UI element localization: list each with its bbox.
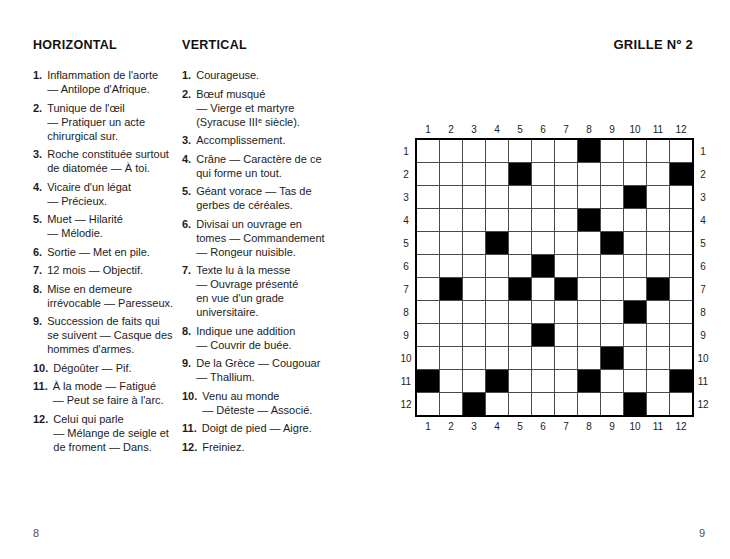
col-label: 8	[578, 124, 600, 135]
col-label: 2	[440, 124, 462, 135]
grid-cell[interactable]	[440, 370, 462, 392]
col-label: 11	[647, 421, 669, 432]
grid-cell[interactable]	[670, 301, 692, 323]
clue-item: 10.Dégoûter — Pif.	[33, 361, 179, 375]
col-label: 4	[486, 124, 508, 135]
grid-cell[interactable]	[440, 232, 462, 254]
row-label: 12	[400, 393, 411, 415]
page-number-right: 9	[699, 527, 705, 539]
clue-number: 11.	[182, 421, 197, 435]
black-cell	[578, 209, 600, 231]
grid-cell[interactable]	[647, 209, 669, 231]
clue-item: 8.Indique une addition — Couvrir de buée…	[182, 324, 334, 352]
grid-cell[interactable]	[486, 301, 508, 323]
clue-number: 12.	[33, 412, 48, 454]
black-cell	[417, 370, 439, 392]
grid-cell[interactable]	[647, 232, 669, 254]
grid-cell[interactable]	[463, 232, 485, 254]
grid-cell[interactable]	[463, 163, 485, 185]
col-label: 1	[417, 124, 439, 135]
down-clues-column: VERTICAL 1.Courageuse.2.Bœuf musqué — Vi…	[182, 38, 334, 458]
clue-item: 1.Inflammation de l'aorte — Antilope d'A…	[33, 68, 179, 96]
black-cell	[647, 278, 669, 300]
row-label: 8	[700, 301, 706, 323]
grid-cell[interactable]	[509, 255, 531, 277]
grid-cell[interactable]	[417, 301, 439, 323]
clue-number: 7.	[182, 263, 191, 319]
grid-cell[interactable]	[555, 255, 577, 277]
clue-item: 8.Mise en demeure irrévocable — Paresseu…	[33, 282, 179, 310]
grid-cell[interactable]	[463, 324, 485, 346]
col-label: 5	[509, 124, 531, 135]
grid-cell[interactable]	[555, 347, 577, 369]
clue-item: 10.Venu au monde — Déteste — Associé.	[182, 389, 334, 417]
row-label: 2	[700, 163, 706, 185]
grid-cell[interactable]	[624, 209, 646, 231]
down-header: VERTICAL	[182, 38, 334, 52]
grid-cell[interactable]	[647, 301, 669, 323]
grid-cell[interactable]	[601, 186, 623, 208]
grid-cell[interactable]	[555, 140, 577, 162]
row-label: 1	[700, 140, 706, 162]
grid-cell[interactable]	[417, 324, 439, 346]
grid-cell[interactable]	[486, 393, 508, 415]
clue-item: 3.Roche constituée surtout de diatomée —…	[33, 147, 179, 175]
grid-cell[interactable]	[440, 163, 462, 185]
grid-cell[interactable]	[578, 232, 600, 254]
grid-cell[interactable]	[463, 255, 485, 277]
grid-cell[interactable]	[532, 370, 554, 392]
grid-cell[interactable]	[578, 163, 600, 185]
grid-cell[interactable]	[417, 347, 439, 369]
grid-cell[interactable]	[578, 301, 600, 323]
col-label: 6	[532, 421, 554, 432]
clue-number: 8.	[182, 324, 191, 352]
grid-cell[interactable]	[647, 324, 669, 346]
grid-cell[interactable]	[670, 209, 692, 231]
grid-cell[interactable]	[509, 209, 531, 231]
grid-cell[interactable]	[509, 301, 531, 323]
grid-cell[interactable]	[555, 301, 577, 323]
grid-cell[interactable]	[647, 255, 669, 277]
clue-text: Indique une addition — Couvrir de buée.	[196, 324, 295, 352]
clue-number: 8.	[33, 282, 42, 310]
row-label: 7	[403, 278, 409, 300]
grid-cell[interactable]	[532, 163, 554, 185]
black-cell	[601, 232, 623, 254]
clue-text: Venu au monde — Déteste — Associé.	[202, 389, 312, 417]
crossword-grid-block: 123456789101112 123456789101112 12345678…	[397, 121, 712, 434]
grid-cell[interactable]	[486, 324, 508, 346]
grid-cell[interactable]	[440, 393, 462, 415]
row-label: 1	[403, 140, 409, 162]
clue-number: 3.	[182, 133, 191, 147]
black-cell	[624, 186, 646, 208]
grid-cell[interactable]	[440, 255, 462, 277]
grid-cell[interactable]	[624, 347, 646, 369]
black-cell	[509, 278, 531, 300]
clue-number: 3.	[33, 147, 42, 175]
grid-cell[interactable]	[670, 324, 692, 346]
across-clue-list: 1.Inflammation de l'aorte — Antilope d'A…	[33, 68, 179, 454]
row-label: 6	[700, 255, 706, 277]
grid-cell[interactable]	[670, 140, 692, 162]
clue-number: 2.	[33, 101, 42, 143]
grid-cell[interactable]	[532, 186, 554, 208]
black-cell	[578, 370, 600, 392]
clue-text: À la mode — Fatigué — Peut se faire à l'…	[53, 379, 164, 407]
grid-cell[interactable]	[647, 393, 669, 415]
grid-cell[interactable]	[670, 232, 692, 254]
clue-number: 4.	[182, 152, 191, 180]
grid-cell[interactable]	[555, 370, 577, 392]
grid-cell[interactable]	[578, 186, 600, 208]
black-cell	[486, 232, 508, 254]
clue-item: 9.De la Grèce — Cougouar — Thallium.	[182, 356, 334, 384]
black-cell	[624, 393, 646, 415]
clue-text: Géant vorace — Tas de gerbes de céréales…	[196, 184, 311, 212]
grid-cell[interactable]	[509, 324, 531, 346]
grid-cell[interactable]	[555, 163, 577, 185]
grid-cell[interactable]	[509, 370, 531, 392]
row-label: 9	[403, 324, 409, 346]
grid-cell[interactable]	[624, 140, 646, 162]
row-label: 7	[700, 278, 706, 300]
clue-number: 10.	[33, 361, 48, 375]
clue-number: 6.	[33, 245, 42, 259]
clue-number: 12.	[182, 440, 197, 454]
row-label: 10	[400, 347, 411, 369]
col-label: 9	[601, 124, 623, 135]
column-labels-top: 123456789101112	[415, 124, 694, 138]
black-cell	[486, 370, 508, 392]
grid-cell[interactable]	[647, 163, 669, 185]
clue-text: Succession de faits qui se suivent — Cas…	[47, 314, 172, 356]
clue-text: Muet — Hilarité — Mélodie.	[47, 212, 123, 240]
clue-number: 9.	[33, 314, 42, 356]
grid-cell[interactable]	[463, 278, 485, 300]
row-label: 9	[700, 324, 706, 346]
grid-cell[interactable]	[601, 393, 623, 415]
clue-text: Freiniez.	[202, 440, 244, 454]
black-cell	[532, 255, 554, 277]
clue-text: Tunique de l'œil — Pratiquer un acte chi…	[47, 101, 145, 143]
col-label: 12	[670, 124, 692, 135]
grid-cell[interactable]	[601, 370, 623, 392]
column-labels-bottom: 123456789101112	[415, 417, 694, 432]
clue-text: Texte lu à la messe — Ouvrage présenté e…	[196, 263, 298, 319]
grid-cell[interactable]	[417, 186, 439, 208]
clue-number: 4.	[33, 180, 42, 208]
grid-cell[interactable]	[509, 186, 531, 208]
clue-item: 4.Crâne — Caractère de ce qui forme un t…	[182, 152, 334, 180]
grid-cell[interactable]	[532, 347, 554, 369]
grid-cell[interactable]	[440, 301, 462, 323]
grid-cell[interactable]	[578, 255, 600, 277]
grid-cell[interactable]	[509, 347, 531, 369]
grid-cell[interactable]	[463, 186, 485, 208]
grid-cell[interactable]	[601, 278, 623, 300]
row-label: 10	[697, 347, 708, 369]
row-label: 8	[403, 301, 409, 323]
row-label: 12	[697, 393, 708, 415]
clue-item: 7.12 mois — Objectif.	[33, 263, 179, 277]
grid-cell[interactable]	[578, 278, 600, 300]
clue-text: Doigt de pied — Aigre.	[202, 421, 312, 435]
grid-cell[interactable]	[624, 324, 646, 346]
clue-text: Accomplissement.	[196, 133, 285, 147]
row-label: 3	[403, 186, 409, 208]
clue-text: Bœuf musqué — Vierge et martyre (Syracus…	[196, 87, 300, 129]
grid-cell[interactable]	[417, 209, 439, 231]
grid-cell[interactable]	[532, 301, 554, 323]
grid-cell[interactable]	[440, 347, 462, 369]
clue-text: De la Grèce — Cougouar — Thallium.	[196, 356, 320, 384]
clue-text: Dégoûter — Pif.	[53, 361, 131, 375]
row-label: 3	[700, 186, 706, 208]
black-cell	[440, 278, 462, 300]
grid-cell[interactable]	[624, 163, 646, 185]
black-cell	[463, 393, 485, 415]
grid-cell[interactable]	[486, 347, 508, 369]
grid-cell[interactable]	[532, 278, 554, 300]
grid-cell[interactable]	[624, 370, 646, 392]
grid-cell[interactable]	[440, 324, 462, 346]
grid-cell[interactable]	[601, 209, 623, 231]
grid-cell[interactable]	[463, 140, 485, 162]
grid-cell[interactable]	[555, 324, 577, 346]
grid-cell[interactable]	[486, 163, 508, 185]
grid-cell[interactable]	[463, 370, 485, 392]
clue-number: 5.	[33, 212, 42, 240]
row-label: 4	[403, 209, 409, 231]
clue-item: 2.Bœuf musqué — Vierge et martyre (Syrac…	[182, 87, 334, 129]
col-label: 10	[624, 421, 646, 432]
grid-cell[interactable]	[647, 347, 669, 369]
clue-number: 11.	[33, 379, 48, 407]
grid-cell[interactable]	[463, 209, 485, 231]
across-clues-column: HORIZONTAL 1.Inflammation de l'aorte — A…	[33, 38, 179, 458]
col-label: 7	[555, 421, 577, 432]
row-label: 5	[403, 232, 409, 254]
grid-cell[interactable]	[624, 278, 646, 300]
row-labels-right: 123456789101112	[694, 138, 712, 417]
grid-cell[interactable]	[670, 255, 692, 277]
grid-cell[interactable]	[578, 347, 600, 369]
black-cell	[578, 140, 600, 162]
black-cell	[532, 324, 554, 346]
grid-cell[interactable]	[601, 324, 623, 346]
grid-cell[interactable]	[532, 140, 554, 162]
clue-item: 12.Freiniez.	[182, 440, 334, 454]
grid-cell[interactable]	[440, 186, 462, 208]
col-label: 4	[486, 421, 508, 432]
clue-item: 7.Texte lu à la messe — Ouvrage présenté…	[182, 263, 334, 319]
grid-cell[interactable]	[463, 347, 485, 369]
row-label: 4	[700, 209, 706, 231]
col-label: 9	[601, 421, 623, 432]
grid-cell[interactable]	[647, 370, 669, 392]
col-label: 8	[578, 421, 600, 432]
grid-cell[interactable]	[486, 140, 508, 162]
black-cell	[555, 278, 577, 300]
col-label: 2	[440, 421, 462, 432]
clue-item: 5.Géant vorace — Tas de gerbes de céréal…	[182, 184, 334, 212]
grid-cell[interactable]	[624, 255, 646, 277]
crossword-board	[415, 138, 694, 417]
clue-text: Divisai un ouvrage en tomes — Commandeme…	[196, 217, 324, 259]
clue-text: Sortie — Met en pile.	[47, 245, 150, 259]
clue-item: 3.Accomplissement.	[182, 133, 334, 147]
grid-cell[interactable]	[463, 301, 485, 323]
clue-text: 12 mois — Objectif.	[47, 263, 143, 277]
clue-number: 5.	[182, 184, 191, 212]
black-cell	[509, 163, 531, 185]
col-label: 1	[417, 421, 439, 432]
grid-cell[interactable]	[509, 393, 531, 415]
clue-item: 11.Doigt de pied — Aigre.	[182, 421, 334, 435]
clue-number: 1.	[33, 68, 42, 96]
grid-cell[interactable]	[601, 163, 623, 185]
black-cell	[601, 347, 623, 369]
row-label: 11	[401, 370, 411, 392]
grid-cell[interactable]	[417, 255, 439, 277]
row-label: 11	[698, 370, 708, 392]
grid-title: GRILLE Nº 2	[613, 37, 693, 52]
black-cell	[624, 301, 646, 323]
clue-item: 5.Muet — Hilarité — Mélodie.	[33, 212, 179, 240]
grid-cell[interactable]	[486, 278, 508, 300]
clue-text: Courageuse.	[196, 68, 259, 82]
grid-cell[interactable]	[670, 278, 692, 300]
grid-cell[interactable]	[486, 255, 508, 277]
grid-cell[interactable]	[555, 393, 577, 415]
grid-cell[interactable]	[417, 232, 439, 254]
clue-number: 10.	[182, 389, 197, 417]
black-cell	[670, 163, 692, 185]
black-cell	[670, 370, 692, 392]
grid-cell[interactable]	[509, 140, 531, 162]
clue-item: 6.Sortie — Met en pile.	[33, 245, 179, 259]
clue-item: 9.Succession de faits qui se suivent — C…	[33, 314, 179, 356]
grid-cell[interactable]	[555, 209, 577, 231]
clue-item: 1.Courageuse.	[182, 68, 334, 82]
grid-cell[interactable]	[555, 232, 577, 254]
clue-item: 2.Tunique de l'œil — Pratiquer un acte c…	[33, 101, 179, 143]
grid-cell[interactable]	[647, 140, 669, 162]
col-label: 10	[624, 124, 646, 135]
grid-cell[interactable]	[417, 393, 439, 415]
col-label: 3	[463, 421, 485, 432]
clue-number: 6.	[182, 217, 191, 259]
clue-item: 11.À la mode — Fatigué — Peut se faire à…	[33, 379, 179, 407]
grid-cell[interactable]	[647, 186, 669, 208]
row-label: 5	[700, 232, 706, 254]
col-label: 11	[647, 124, 669, 135]
row-label: 6	[403, 255, 409, 277]
grid-cell[interactable]	[578, 324, 600, 346]
clue-number: 1.	[182, 68, 191, 82]
clue-item: 6.Divisai un ouvrage en tomes — Commande…	[182, 217, 334, 259]
down-clue-list: 1.Courageuse.2.Bœuf musqué — Vierge et m…	[182, 68, 334, 454]
clue-text: Celui qui parle — Mélange de seigle et d…	[53, 412, 169, 454]
grid-cell[interactable]	[440, 209, 462, 231]
clue-text: Mise en demeure irrévocable — Paresseux.	[47, 282, 173, 310]
clue-text: Vicaire d'un légat — Précieux.	[47, 180, 131, 208]
clue-item: 12.Celui qui parle — Mélange de seigle e…	[33, 412, 179, 454]
grid-cell[interactable]	[509, 232, 531, 254]
grid-cell[interactable]	[532, 393, 554, 415]
grid-cell[interactable]	[578, 393, 600, 415]
grid-cell[interactable]	[440, 140, 462, 162]
clue-item: 4.Vicaire d'un légat — Précieux.	[33, 180, 179, 208]
clue-number: 2.	[182, 87, 191, 129]
grid-cell[interactable]	[417, 278, 439, 300]
col-label: 3	[463, 124, 485, 135]
grid-cell[interactable]	[624, 232, 646, 254]
grid-cell[interactable]	[417, 140, 439, 162]
clue-number: 7.	[33, 263, 42, 277]
col-label: 6	[532, 124, 554, 135]
clue-text: Crâne — Caractère de ce qui forme un tou…	[196, 152, 321, 180]
grid-cell[interactable]	[601, 255, 623, 277]
col-label: 5	[509, 421, 531, 432]
row-label: 2	[403, 163, 409, 185]
clue-number: 9.	[182, 356, 191, 384]
row-labels-left: 123456789101112	[397, 138, 415, 417]
grid-cell[interactable]	[670, 186, 692, 208]
page-number-left: 8	[33, 527, 39, 539]
across-header: HORIZONTAL	[33, 38, 179, 52]
grid-cell[interactable]	[486, 209, 508, 231]
grid-cell[interactable]	[670, 347, 692, 369]
clue-text: Inflammation de l'aorte — Antilope d'Afr…	[47, 68, 158, 96]
grid-cell[interactable]	[670, 393, 692, 415]
grid-cell[interactable]	[532, 232, 554, 254]
grid-cell[interactable]	[417, 163, 439, 185]
col-label: 7	[555, 124, 577, 135]
clue-text: Roche constituée surtout de diatomée — À…	[47, 147, 169, 175]
grid-cell[interactable]	[555, 186, 577, 208]
grid-cell[interactable]	[532, 209, 554, 231]
grid-cell[interactable]	[486, 186, 508, 208]
col-label: 12	[670, 421, 692, 432]
grid-cell[interactable]	[601, 140, 623, 162]
grid-cell[interactable]	[601, 301, 623, 323]
